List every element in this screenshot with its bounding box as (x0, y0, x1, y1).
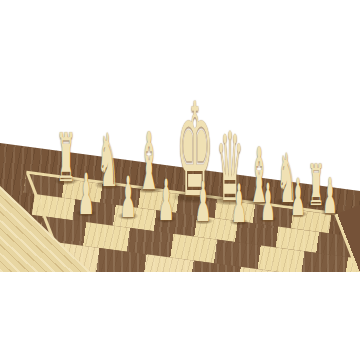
piece-white-pawn-f2: ♟ (158, 172, 175, 229)
piece-white-pawn-b2: ♟ (290, 172, 305, 223)
piece-white-pawn-e2: ♟ (195, 175, 211, 230)
piece-white-rook-h1: ♜ (56, 126, 75, 193)
piece-white-pawn-h2: ♟ (78, 166, 95, 223)
piece-white-pawn-d2: ♟ (231, 178, 247, 231)
photo-crop-mask (0, 272, 360, 360)
piece-white-pawn-g2: ♟ (120, 169, 137, 226)
chess-product-photo: ♜♞♝♚♛♝♞♜♟♟♟♟♟♟♟♟ (0, 0, 360, 360)
piece-white-pawn-c2: ♟ (260, 177, 275, 228)
piece-white-pawn-a2: ♟ (323, 172, 337, 221)
piece-white-knight-g1: ♞ (97, 123, 119, 197)
